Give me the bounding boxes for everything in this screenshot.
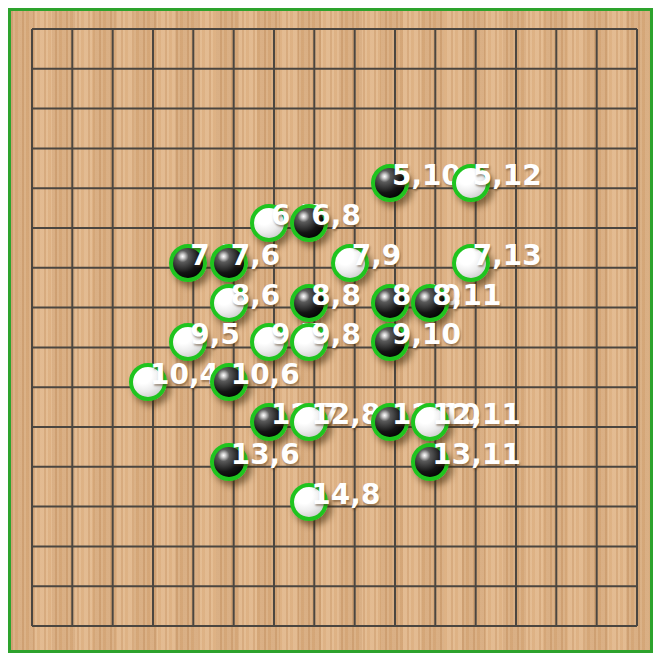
stone-black[interactable]: [371, 164, 409, 202]
gomoku-board: [8, 8, 653, 653]
stone-black[interactable]: [210, 244, 248, 282]
stone-white[interactable]: [129, 363, 167, 401]
stone-black[interactable]: [250, 403, 288, 441]
stone-white[interactable]: [290, 483, 328, 521]
stone-white[interactable]: [331, 244, 369, 282]
stone-black[interactable]: [371, 403, 409, 441]
stone-white[interactable]: [452, 244, 490, 282]
stone-black[interactable]: [371, 284, 409, 322]
stone-white[interactable]: [210, 284, 248, 322]
stone-black[interactable]: [210, 443, 248, 481]
stone-black[interactable]: [290, 284, 328, 322]
gomoku-screenshot: 5,105,126,76,87,57,67,97,138,68,88,108,1…: [0, 0, 665, 655]
stone-white[interactable]: [452, 164, 490, 202]
stone-white[interactable]: [250, 204, 288, 242]
stone-black[interactable]: [210, 363, 248, 401]
stone-black[interactable]: [411, 284, 449, 322]
stone-black[interactable]: [411, 443, 449, 481]
stone-black[interactable]: [169, 244, 207, 282]
